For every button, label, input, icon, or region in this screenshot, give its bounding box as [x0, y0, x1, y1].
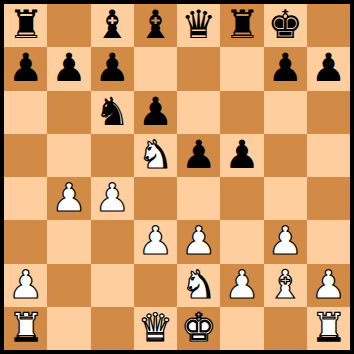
piece-black-pawn: ♟: [51, 48, 86, 87]
square-g4[interactable]: [264, 177, 307, 220]
square-f8[interactable]: ♜: [220, 4, 263, 47]
square-e6[interactable]: [177, 91, 220, 134]
piece-black-rook: ♜: [8, 5, 43, 44]
piece-white-pawn: ♟: [311, 265, 346, 304]
piece-white-pawn: ♟: [181, 221, 216, 260]
square-h6[interactable]: [307, 91, 350, 134]
square-f7[interactable]: [220, 47, 263, 90]
piece-black-bishop: ♝: [138, 5, 173, 44]
square-b7[interactable]: ♟: [47, 47, 90, 90]
square-h2[interactable]: ♟: [307, 264, 350, 307]
square-f2[interactable]: ♟: [220, 264, 263, 307]
square-a1[interactable]: ♜: [4, 307, 47, 350]
piece-black-knight: ♞: [95, 92, 130, 131]
square-a7[interactable]: ♟: [4, 47, 47, 90]
piece-black-pawn: ♟: [268, 48, 303, 87]
square-c3[interactable]: [91, 220, 134, 263]
square-d7[interactable]: [134, 47, 177, 90]
piece-black-king: ♚: [268, 5, 303, 44]
square-e4[interactable]: [177, 177, 220, 220]
square-a8[interactable]: ♜: [4, 4, 47, 47]
square-a2[interactable]: ♟: [4, 264, 47, 307]
square-c4[interactable]: ♟: [91, 177, 134, 220]
square-g3[interactable]: ♟: [264, 220, 307, 263]
square-e7[interactable]: [177, 47, 220, 90]
square-e2[interactable]: ♞: [177, 264, 220, 307]
chess-board: ♜♝♝♛♜♚♟♟♟♟♟♞♟♞♟♟♟♟♟♟♟♟♞♟♝♟♜♛♚♜: [4, 4, 350, 350]
square-c1[interactable]: [91, 307, 134, 350]
piece-white-pawn: ♟: [51, 178, 86, 217]
piece-black-pawn: ♟: [138, 92, 173, 131]
piece-black-rook: ♜: [224, 5, 259, 44]
square-e5[interactable]: ♟: [177, 134, 220, 177]
square-b8[interactable]: [47, 4, 90, 47]
piece-white-knight: ♞: [138, 135, 173, 174]
piece-black-pawn: ♟: [311, 48, 346, 87]
piece-white-pawn: ♟: [95, 178, 130, 217]
square-b1[interactable]: [47, 307, 90, 350]
square-b5[interactable]: [47, 134, 90, 177]
square-g6[interactable]: [264, 91, 307, 134]
square-g1[interactable]: [264, 307, 307, 350]
piece-white-bishop: ♝: [268, 265, 303, 304]
square-h3[interactable]: [307, 220, 350, 263]
square-h5[interactable]: [307, 134, 350, 177]
square-c6[interactable]: ♞: [91, 91, 134, 134]
square-f3[interactable]: [220, 220, 263, 263]
chess-app-window: ♜♝♝♛♜♚♟♟♟♟♟♞♟♞♟♟♟♟♟♟♟♟♞♟♝♟♜♛♚♜: [0, 0, 354, 354]
square-b4[interactable]: ♟: [47, 177, 90, 220]
square-a4[interactable]: [4, 177, 47, 220]
square-h1[interactable]: ♜: [307, 307, 350, 350]
square-d8[interactable]: ♝: [134, 4, 177, 47]
square-f1[interactable]: [220, 307, 263, 350]
piece-black-pawn: ♟: [181, 135, 216, 174]
square-g8[interactable]: ♚: [264, 4, 307, 47]
square-g5[interactable]: [264, 134, 307, 177]
piece-white-knight: ♞: [181, 265, 216, 304]
square-d6[interactable]: ♟: [134, 91, 177, 134]
square-d1[interactable]: ♛: [134, 307, 177, 350]
piece-black-queen: ♛: [181, 5, 216, 44]
piece-white-pawn: ♟: [268, 221, 303, 260]
square-g2[interactable]: ♝: [264, 264, 307, 307]
piece-white-king: ♚: [181, 308, 216, 347]
square-c5[interactable]: [91, 134, 134, 177]
square-b6[interactable]: [47, 91, 90, 134]
piece-black-bishop: ♝: [95, 5, 130, 44]
square-d3[interactable]: ♟: [134, 220, 177, 263]
square-e8[interactable]: ♛: [177, 4, 220, 47]
square-f6[interactable]: [220, 91, 263, 134]
square-c7[interactable]: ♟: [91, 47, 134, 90]
square-a6[interactable]: [4, 91, 47, 134]
piece-white-pawn: ♟: [138, 221, 173, 260]
square-c8[interactable]: ♝: [91, 4, 134, 47]
square-h4[interactable]: [307, 177, 350, 220]
piece-white-pawn: ♟: [224, 265, 259, 304]
piece-white-rook: ♜: [8, 308, 43, 347]
piece-black-pawn: ♟: [224, 135, 259, 174]
square-f4[interactable]: [220, 177, 263, 220]
square-b3[interactable]: [47, 220, 90, 263]
square-a3[interactable]: [4, 220, 47, 263]
piece-white-queen: ♛: [138, 308, 173, 347]
piece-white-rook: ♜: [311, 308, 346, 347]
square-h7[interactable]: ♟: [307, 47, 350, 90]
square-g7[interactable]: ♟: [264, 47, 307, 90]
square-f5[interactable]: ♟: [220, 134, 263, 177]
piece-black-pawn: ♟: [95, 48, 130, 87]
piece-black-pawn: ♟: [8, 48, 43, 87]
square-d2[interactable]: [134, 264, 177, 307]
square-d5[interactable]: ♞: [134, 134, 177, 177]
square-h8[interactable]: [307, 4, 350, 47]
piece-white-pawn: ♟: [8, 265, 43, 304]
square-e3[interactable]: ♟: [177, 220, 220, 263]
square-d4[interactable]: [134, 177, 177, 220]
square-c2[interactable]: [91, 264, 134, 307]
square-b2[interactable]: [47, 264, 90, 307]
square-a5[interactable]: [4, 134, 47, 177]
square-e1[interactable]: ♚: [177, 307, 220, 350]
board-frame: ♜♝♝♛♜♚♟♟♟♟♟♞♟♞♟♟♟♟♟♟♟♟♞♟♝♟♜♛♚♜: [0, 0, 354, 354]
